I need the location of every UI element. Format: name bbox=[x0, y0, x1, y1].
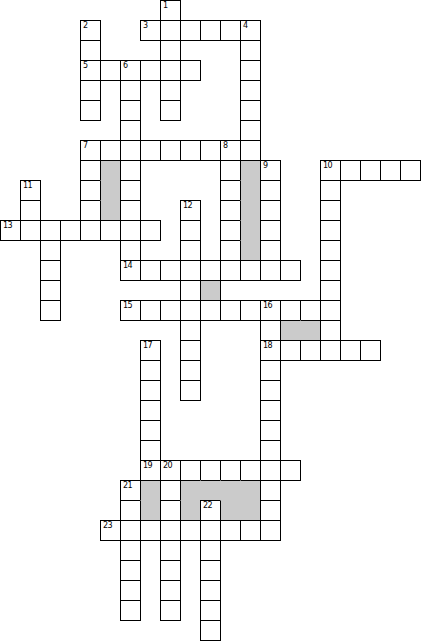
grid-cell[interactable]: 5 bbox=[80, 60, 101, 81]
grid-cell[interactable] bbox=[220, 180, 241, 201]
grid-cell[interactable] bbox=[260, 320, 281, 341]
grid-cell[interactable] bbox=[100, 140, 121, 161]
grid-cell[interactable] bbox=[380, 160, 401, 181]
grid-cell[interactable] bbox=[140, 140, 161, 161]
grid-cell[interactable] bbox=[320, 260, 341, 281]
grid-cell[interactable] bbox=[180, 340, 201, 361]
grid-cell[interactable]: 15 bbox=[120, 300, 141, 321]
clue-number: 16 bbox=[263, 301, 272, 310]
clue-number: 1 bbox=[163, 1, 168, 10]
grid-cell[interactable] bbox=[240, 40, 261, 61]
grid-cell[interactable] bbox=[120, 520, 141, 541]
clue-number: 22 bbox=[203, 501, 212, 510]
grid-cell[interactable] bbox=[220, 200, 241, 221]
grid-cell[interactable] bbox=[160, 520, 181, 541]
shaded-cell bbox=[240, 220, 261, 241]
grid-cell[interactable] bbox=[240, 80, 261, 101]
grid-cell[interactable] bbox=[300, 300, 321, 321]
grid-cell[interactable] bbox=[260, 480, 281, 501]
grid-cell[interactable] bbox=[160, 600, 181, 621]
grid-cell[interactable] bbox=[140, 420, 161, 441]
grid-cell[interactable] bbox=[260, 500, 281, 521]
grid-cell[interactable] bbox=[160, 20, 181, 41]
grid-cell[interactable] bbox=[160, 540, 181, 561]
grid-cell[interactable]: 10 bbox=[320, 160, 341, 181]
grid-cell[interactable] bbox=[340, 160, 361, 181]
grid-cell[interactable]: 3 bbox=[140, 20, 161, 41]
grid-cell[interactable] bbox=[260, 520, 281, 541]
grid-cell[interactable] bbox=[400, 160, 421, 181]
grid-cell[interactable]: 19 bbox=[140, 460, 161, 481]
grid-cell[interactable]: 8 bbox=[220, 140, 241, 161]
grid-cell[interactable] bbox=[180, 320, 201, 341]
grid-cell[interactable]: 9 bbox=[260, 160, 281, 181]
grid-cell[interactable] bbox=[260, 460, 281, 481]
grid-cell[interactable]: 22 bbox=[200, 500, 221, 521]
grid-cell[interactable]: 1 bbox=[160, 0, 181, 21]
grid-cell[interactable] bbox=[180, 20, 201, 41]
grid-cell[interactable] bbox=[140, 300, 161, 321]
shaded-cell bbox=[180, 480, 201, 501]
grid-cell[interactable]: 13 bbox=[0, 220, 21, 241]
grid-cell[interactable] bbox=[260, 380, 281, 401]
shaded-cell bbox=[200, 280, 221, 301]
shaded-cell bbox=[200, 480, 221, 501]
grid-cell[interactable] bbox=[200, 540, 221, 561]
grid-cell[interactable] bbox=[360, 160, 381, 181]
grid-cell[interactable] bbox=[240, 520, 261, 541]
shaded-cell bbox=[240, 160, 261, 181]
grid-cell[interactable]: 2 bbox=[80, 20, 101, 41]
grid-cell[interactable] bbox=[120, 220, 141, 241]
grid-cell[interactable] bbox=[160, 500, 181, 521]
grid-cell[interactable] bbox=[320, 240, 341, 261]
grid-cell[interactable] bbox=[180, 280, 201, 301]
clue-number: 13 bbox=[3, 221, 12, 230]
clue-number: 19 bbox=[143, 461, 152, 470]
grid-cell[interactable] bbox=[80, 200, 101, 221]
grid-cell[interactable] bbox=[260, 200, 281, 221]
grid-cell[interactable] bbox=[160, 140, 181, 161]
grid-cell[interactable] bbox=[200, 580, 221, 601]
shaded-cell bbox=[140, 500, 161, 521]
grid-cell[interactable] bbox=[320, 280, 341, 301]
grid-cell[interactable] bbox=[320, 180, 341, 201]
grid-cell[interactable]: 20 bbox=[160, 460, 181, 481]
shaded-cell bbox=[240, 240, 261, 261]
grid-cell[interactable] bbox=[180, 300, 201, 321]
shaded-cell bbox=[300, 320, 321, 341]
grid-cell[interactable]: 16 bbox=[260, 300, 281, 321]
grid-cell[interactable] bbox=[240, 120, 261, 141]
grid-cell[interactable] bbox=[140, 220, 161, 241]
grid-cell[interactable] bbox=[200, 300, 221, 321]
grid-cell[interactable]: 11 bbox=[20, 180, 41, 201]
grid-cell[interactable] bbox=[220, 460, 241, 481]
shaded-cell bbox=[280, 320, 301, 341]
grid-cell[interactable] bbox=[20, 200, 41, 221]
grid-cell[interactable]: 23 bbox=[100, 520, 121, 541]
grid-cell[interactable] bbox=[200, 520, 221, 541]
grid-cell[interactable] bbox=[140, 440, 161, 461]
grid-cell[interactable] bbox=[180, 140, 201, 161]
shaded-cell bbox=[220, 480, 241, 501]
grid-cell[interactable] bbox=[180, 240, 201, 261]
grid-cell[interactable] bbox=[160, 300, 181, 321]
grid-cell[interactable] bbox=[120, 100, 141, 121]
grid-cell[interactable] bbox=[160, 80, 181, 101]
grid-cell[interactable]: 17 bbox=[140, 340, 161, 361]
grid-cell[interactable] bbox=[100, 220, 121, 241]
grid-cell[interactable] bbox=[120, 540, 141, 561]
grid-cell[interactable] bbox=[260, 180, 281, 201]
grid-cell[interactable] bbox=[120, 80, 141, 101]
grid-cell[interactable] bbox=[80, 220, 101, 241]
shaded-cell bbox=[100, 160, 121, 181]
clue-number: 6 bbox=[123, 61, 128, 70]
grid-cell[interactable]: 14 bbox=[120, 260, 141, 281]
grid-cell[interactable] bbox=[180, 460, 201, 481]
grid-cell[interactable] bbox=[260, 260, 281, 281]
grid-cell[interactable]: 21 bbox=[120, 480, 141, 501]
shaded-cell bbox=[180, 500, 201, 521]
grid-cell[interactable] bbox=[40, 280, 61, 301]
grid-cell[interactable] bbox=[240, 60, 261, 81]
grid-cell[interactable] bbox=[120, 140, 141, 161]
grid-cell[interactable] bbox=[220, 220, 241, 241]
shaded-cell bbox=[100, 180, 121, 201]
grid-cell[interactable] bbox=[260, 440, 281, 461]
shaded-cell bbox=[240, 480, 261, 501]
grid-cell[interactable] bbox=[120, 160, 141, 181]
shaded-cell bbox=[100, 200, 121, 221]
grid-cell[interactable]: 18 bbox=[260, 340, 281, 361]
grid-cell[interactable] bbox=[180, 520, 201, 541]
grid-cell[interactable] bbox=[160, 40, 181, 61]
grid-cell[interactable] bbox=[120, 560, 141, 581]
clue-number: 11 bbox=[23, 181, 32, 190]
grid-cell[interactable] bbox=[200, 560, 221, 581]
grid-cell[interactable] bbox=[200, 620, 221, 641]
grid-cell[interactable] bbox=[180, 60, 201, 81]
grid-cell[interactable] bbox=[160, 560, 181, 581]
grid-cell[interactable] bbox=[160, 480, 181, 501]
clue-number: 17 bbox=[143, 341, 152, 350]
grid-cell[interactable] bbox=[200, 140, 221, 161]
grid-cell[interactable] bbox=[160, 260, 181, 281]
grid-cell[interactable] bbox=[80, 180, 101, 201]
grid-cell[interactable] bbox=[120, 600, 141, 621]
grid-cell[interactable] bbox=[320, 200, 341, 221]
grid-cell[interactable] bbox=[320, 300, 341, 321]
grid-cell[interactable] bbox=[220, 520, 241, 541]
clue-number: 20 bbox=[163, 461, 172, 470]
grid-cell[interactable] bbox=[200, 260, 221, 281]
grid-cell[interactable] bbox=[240, 260, 261, 281]
grid-cell[interactable] bbox=[320, 340, 341, 361]
grid-cell[interactable] bbox=[160, 60, 181, 81]
grid-cell[interactable] bbox=[200, 460, 221, 481]
shaded-cell bbox=[220, 500, 241, 521]
clue-number: 2 bbox=[83, 21, 88, 30]
grid-cell[interactable] bbox=[180, 220, 201, 241]
shaded-cell bbox=[140, 480, 161, 501]
grid-cell[interactable] bbox=[160, 100, 181, 121]
grid-cell[interactable] bbox=[80, 40, 101, 61]
grid-cell[interactable] bbox=[220, 240, 241, 261]
crossword-grid: 1234567891011121314151617181920212223 bbox=[0, 0, 421, 641]
grid-cell[interactable] bbox=[240, 140, 261, 161]
shaded-cell bbox=[240, 500, 261, 521]
grid-cell[interactable] bbox=[40, 240, 61, 261]
grid-cell[interactable] bbox=[120, 120, 141, 141]
grid-cell[interactable] bbox=[260, 220, 281, 241]
grid-cell[interactable] bbox=[120, 200, 141, 221]
grid-cell[interactable] bbox=[80, 160, 101, 181]
grid-cell[interactable] bbox=[140, 60, 161, 81]
grid-cell[interactable] bbox=[140, 360, 161, 381]
grid-cell[interactable] bbox=[120, 580, 141, 601]
grid-cell[interactable] bbox=[180, 260, 201, 281]
grid-cell[interactable] bbox=[80, 80, 101, 101]
grid-cell[interactable] bbox=[220, 260, 241, 281]
grid-cell[interactable] bbox=[140, 380, 161, 401]
grid-cell[interactable] bbox=[120, 240, 141, 261]
grid-cell[interactable] bbox=[300, 340, 321, 361]
grid-cell[interactable] bbox=[280, 300, 301, 321]
shaded-cell bbox=[240, 180, 261, 201]
grid-cell[interactable] bbox=[240, 100, 261, 121]
grid-cell[interactable] bbox=[140, 520, 161, 541]
clue-number: 8 bbox=[223, 141, 228, 150]
clue-number: 3 bbox=[143, 21, 148, 30]
clue-number: 12 bbox=[183, 201, 192, 210]
grid-cell[interactable] bbox=[320, 220, 341, 241]
grid-cell[interactable] bbox=[280, 460, 301, 481]
grid-cell[interactable] bbox=[160, 580, 181, 601]
clue-number: 4 bbox=[243, 21, 248, 30]
grid-cell[interactable] bbox=[140, 260, 161, 281]
grid-cell[interactable] bbox=[180, 380, 201, 401]
clue-number: 7 bbox=[83, 141, 88, 150]
grid-cell[interactable] bbox=[280, 340, 301, 361]
grid-cell[interactable] bbox=[60, 220, 81, 241]
grid-cell[interactable] bbox=[220, 300, 241, 321]
grid-cell[interactable] bbox=[40, 220, 61, 241]
clue-number: 10 bbox=[323, 161, 332, 170]
clue-number: 5 bbox=[83, 61, 88, 70]
grid-cell[interactable] bbox=[240, 300, 261, 321]
grid-cell[interactable] bbox=[220, 20, 241, 41]
clue-number: 9 bbox=[263, 161, 268, 170]
grid-cell[interactable] bbox=[260, 420, 281, 441]
grid-cell[interactable] bbox=[80, 100, 101, 121]
grid-cell[interactable] bbox=[240, 460, 261, 481]
clue-number: 14 bbox=[123, 261, 132, 270]
clue-number: 23 bbox=[103, 521, 112, 530]
grid-cell[interactable] bbox=[40, 300, 61, 321]
grid-cell[interactable]: 7 bbox=[80, 140, 101, 161]
grid-cell[interactable]: 4 bbox=[240, 20, 261, 41]
grid-cell[interactable] bbox=[120, 500, 141, 521]
grid-cell[interactable]: 6 bbox=[120, 60, 141, 81]
grid-cell[interactable] bbox=[200, 600, 221, 621]
grid-cell[interactable] bbox=[340, 340, 361, 361]
clue-number: 18 bbox=[263, 341, 272, 350]
grid-cell[interactable] bbox=[180, 360, 201, 381]
grid-cell[interactable] bbox=[280, 260, 301, 281]
shaded-cell bbox=[240, 200, 261, 221]
grid-cell[interactable] bbox=[200, 20, 221, 41]
grid-cell[interactable] bbox=[40, 260, 61, 281]
grid-cell[interactable] bbox=[260, 400, 281, 421]
grid-cell[interactable] bbox=[120, 180, 141, 201]
grid-cell[interactable] bbox=[260, 360, 281, 381]
grid-cell[interactable]: 12 bbox=[180, 200, 201, 221]
clue-number: 21 bbox=[123, 481, 132, 490]
grid-cell[interactable] bbox=[100, 60, 121, 81]
grid-cell[interactable] bbox=[140, 400, 161, 421]
grid-cell[interactable] bbox=[260, 240, 281, 261]
grid-cell[interactable] bbox=[220, 160, 241, 181]
grid-cell[interactable] bbox=[320, 320, 341, 341]
grid-cell[interactable] bbox=[360, 340, 381, 361]
clue-number: 15 bbox=[123, 301, 132, 310]
grid-cell[interactable] bbox=[20, 220, 41, 241]
